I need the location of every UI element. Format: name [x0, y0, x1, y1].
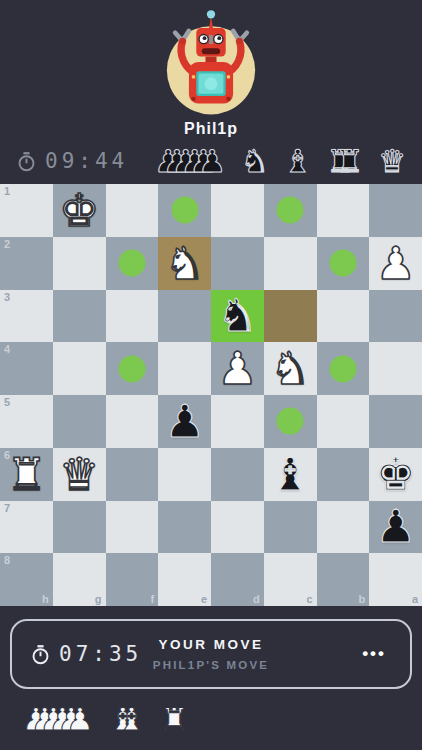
legal-move-dot-f4[interactable] — [118, 355, 145, 382]
square-f8[interactable]: f — [106, 553, 159, 606]
captured-rook: ♜ — [160, 702, 188, 736]
captured-rook: ♜ — [335, 144, 363, 178]
square-c8[interactable]: c — [264, 553, 317, 606]
stopwatch-icon — [16, 151, 37, 172]
file-label-f: f — [151, 593, 155, 605]
square-h8[interactable]: 8h — [0, 553, 53, 606]
square-b8[interactable]: b — [317, 553, 370, 606]
opponent-avatar-robot — [153, 6, 269, 120]
square-e6[interactable] — [158, 448, 211, 501]
square-b3[interactable] — [317, 290, 370, 343]
opponent-clock: 09:44 — [16, 149, 128, 173]
square-c5[interactable] — [264, 395, 317, 448]
legal-move-dot-f2[interactable] — [118, 250, 145, 277]
square-e8[interactable]: e — [158, 553, 211, 606]
square-f1[interactable] — [106, 184, 159, 237]
square-c4[interactable]: ♞ — [264, 342, 317, 395]
square-d3[interactable]: ♞ — [211, 290, 264, 343]
square-a2[interactable]: ♟ — [369, 237, 422, 290]
square-a7[interactable]: ♟ — [369, 501, 422, 554]
captured-queen-x1: ♛ — [378, 144, 406, 178]
white-king[interactable]: ♚ — [59, 188, 99, 233]
file-label-h: h — [42, 593, 49, 605]
rank-label-2: 2 — [4, 238, 10, 250]
opponent-name: Phil1p — [184, 120, 238, 138]
captured-rook-x2: ♜♜ — [327, 144, 364, 178]
square-d4[interactable]: ♟ — [211, 342, 264, 395]
square-f2[interactable] — [106, 237, 159, 290]
player-captured-tray: ♟♟♟♟♟♟♝♝♜ — [0, 696, 422, 736]
captured-rook-x1: ♜ — [160, 702, 188, 736]
captured-queen: ♛ — [378, 144, 406, 178]
square-f7[interactable] — [106, 501, 159, 554]
square-d7[interactable] — [211, 501, 264, 554]
captured-knight: ♞ — [241, 144, 269, 178]
square-h4[interactable]: 4 — [0, 342, 53, 395]
square-a4[interactable] — [369, 342, 422, 395]
file-label-d: d — [253, 593, 260, 605]
player-clock-time: 07:35 — [59, 642, 142, 666]
player-clock: 07:35 — [30, 642, 142, 666]
chess-app: Phil1p 09:44 ♟♟♟♟♟♟♞♝♜♜♛ 1♚2♞♟3♞4♟♞5♟6♜♛… — [0, 0, 422, 750]
square-a3[interactable] — [369, 290, 422, 343]
square-f6[interactable] — [106, 448, 159, 501]
captured-bishop-x1: ♝ — [284, 144, 312, 178]
square-h3[interactable]: 3 — [0, 290, 53, 343]
rank-label-3: 3 — [4, 291, 10, 303]
square-e3[interactable] — [158, 290, 211, 343]
rank-label-1: 1 — [4, 185, 10, 197]
black-knight[interactable]: ♞ — [217, 293, 257, 338]
square-b4[interactable] — [317, 342, 370, 395]
square-g1[interactable]: ♚ — [53, 184, 106, 237]
file-label-a: a — [412, 593, 418, 605]
chess-board: 1♚2♞♟3♞4♟♞5♟6♜♛♝♚7♟8hgfedcba — [0, 184, 422, 606]
square-c3[interactable] — [264, 290, 317, 343]
black-king[interactable]: ♚ — [375, 452, 415, 497]
white-pawn[interactable]: ♟ — [217, 346, 257, 391]
status-panel: 07:35 YOUR MOVE PHIL1P'S MOVE ••• — [10, 619, 412, 689]
white-pawn[interactable]: ♟ — [375, 241, 415, 286]
file-label-b: b — [359, 593, 366, 605]
white-rook[interactable]: ♜ — [6, 452, 46, 497]
captured-bishop: ♝ — [118, 702, 146, 736]
square-c6[interactable]: ♝ — [264, 448, 317, 501]
legal-move-dot-b2[interactable] — [329, 250, 356, 277]
square-b6[interactable] — [317, 448, 370, 501]
captured-pawn: ♟ — [198, 144, 226, 178]
status-primary: YOUR MOVE — [153, 637, 269, 652]
file-label-c: c — [306, 593, 312, 605]
square-e1[interactable] — [158, 184, 211, 237]
square-c7[interactable] — [264, 501, 317, 554]
square-g4[interactable] — [53, 342, 106, 395]
square-h6[interactable]: 6♜ — [0, 448, 53, 501]
status-secondary: PHIL1P'S MOVE — [153, 659, 269, 671]
black-pawn[interactable]: ♟ — [164, 399, 204, 444]
legal-move-dot-b4[interactable] — [329, 355, 356, 382]
white-queen[interactable]: ♛ — [59, 452, 99, 497]
square-a6[interactable]: ♚ — [369, 448, 422, 501]
rank-label-8: 8 — [4, 554, 10, 566]
captured-bishop-x2: ♝♝ — [109, 702, 146, 736]
opponent-clock-time: 09:44 — [45, 149, 128, 173]
captured-pawn-x6: ♟♟♟♟♟♟ — [154, 144, 226, 178]
square-b2[interactable] — [317, 237, 370, 290]
square-b7[interactable] — [317, 501, 370, 554]
square-h2[interactable]: 2 — [0, 237, 53, 290]
legal-move-dot-e1[interactable] — [171, 197, 198, 224]
stopwatch-icon — [30, 644, 51, 665]
square-f5[interactable] — [106, 395, 159, 448]
square-g5[interactable] — [53, 395, 106, 448]
square-h7[interactable]: 7 — [0, 501, 53, 554]
square-b5[interactable] — [317, 395, 370, 448]
square-a5[interactable] — [369, 395, 422, 448]
square-c1[interactable] — [264, 184, 317, 237]
square-c2[interactable] — [264, 237, 317, 290]
captured-bishop: ♝ — [284, 144, 312, 178]
white-knight[interactable]: ♞ — [270, 346, 310, 391]
square-e7[interactable] — [158, 501, 211, 554]
rank-label-7: 7 — [4, 502, 10, 514]
rank-label-5: 5 — [4, 396, 10, 408]
legal-move-dot-c5[interactable] — [277, 408, 304, 435]
square-g6[interactable]: ♛ — [53, 448, 106, 501]
opponent-timer-row: 09:44 ♟♟♟♟♟♟♞♝♜♜♛ — [0, 138, 422, 184]
square-f3[interactable] — [106, 290, 159, 343]
black-bishop[interactable]: ♝ — [270, 452, 310, 497]
file-label-g: g — [95, 593, 102, 605]
square-d8[interactable]: d — [211, 553, 264, 606]
square-e4[interactable] — [158, 342, 211, 395]
legal-move-dot-c1[interactable] — [277, 197, 304, 224]
square-d1[interactable] — [211, 184, 264, 237]
white-knight[interactable]: ♞ — [164, 241, 204, 286]
square-h5[interactable]: 5 — [0, 395, 53, 448]
opponent-header: Phil1p — [0, 0, 422, 138]
status-text: YOUR MOVE PHIL1P'S MOVE — [153, 637, 269, 671]
rank-label-4: 4 — [4, 343, 10, 355]
captured-knight-x1: ♞ — [241, 144, 269, 178]
square-d6[interactable] — [211, 448, 264, 501]
square-a8[interactable]: a — [369, 553, 422, 606]
square-d2[interactable] — [211, 237, 264, 290]
robot-icon — [153, 6, 269, 120]
square-e5[interactable]: ♟ — [158, 395, 211, 448]
square-a1[interactable] — [369, 184, 422, 237]
file-label-e: e — [201, 593, 207, 605]
square-g8[interactable]: g — [53, 553, 106, 606]
square-f4[interactable] — [106, 342, 159, 395]
square-g2[interactable] — [53, 237, 106, 290]
captured-pawn-x6: ♟♟♟♟♟♟ — [22, 702, 94, 736]
menu-button[interactable]: ••• — [362, 644, 386, 664]
square-b1[interactable] — [317, 184, 370, 237]
opponent-captured-tray: ♟♟♟♟♟♟♞♝♜♜♛ — [154, 144, 406, 178]
square-g7[interactable] — [53, 501, 106, 554]
captured-pawn: ♟ — [66, 702, 94, 736]
black-pawn[interactable]: ♟ — [375, 504, 415, 549]
square-g3[interactable] — [53, 290, 106, 343]
square-h1[interactable]: 1 — [0, 184, 53, 237]
square-d5[interactable] — [211, 395, 264, 448]
square-e2[interactable]: ♞ — [158, 237, 211, 290]
